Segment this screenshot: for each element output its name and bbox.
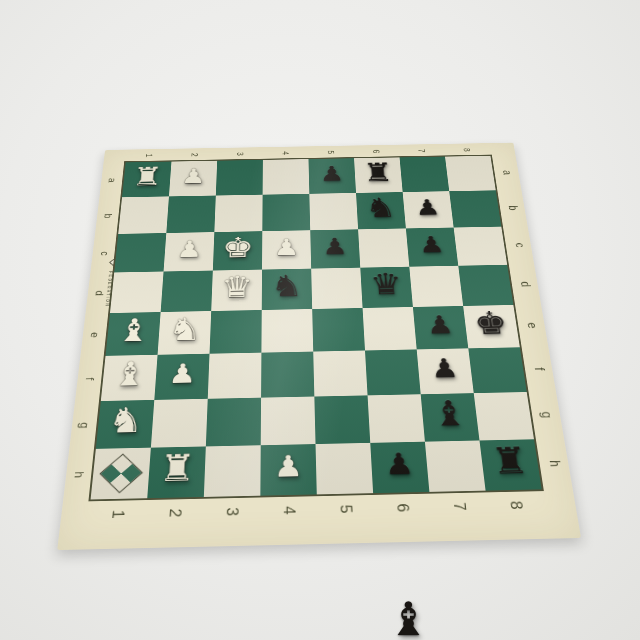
square-a5[interactable]: ♟ [308,158,356,194]
square-a6[interactable]: ♜ [354,157,403,193]
coord-label: 1 [107,510,127,519]
coord-label: 8 [505,501,526,510]
square-d1[interactable] [110,271,164,313]
square-g1[interactable]: ♞ [96,400,154,449]
square-b8[interactable] [449,190,501,227]
white-pawn[interactable]: ♟ [274,236,300,259]
white-queen[interactable]: ♛ [220,272,253,302]
square-e3[interactable] [210,310,262,354]
square-g3[interactable] [206,398,261,447]
square-h5[interactable] [316,443,374,495]
black-rook[interactable]: ♜ [362,160,394,186]
square-b6[interactable]: ♞ [356,192,406,229]
coord-label: 4 [281,151,290,155]
board-border: 12345678 12345678 abcdefgh abcdefgh US C… [57,143,581,550]
square-a1[interactable]: ♜ [122,162,171,198]
white-knight[interactable]: ♞ [106,403,144,438]
square-a4[interactable] [263,159,310,195]
square-a3[interactable] [216,160,263,196]
coord-label: c [98,251,111,256]
square-g8[interactable] [474,392,534,440]
coord-label: 6 [372,150,382,154]
coord-label: a [106,178,118,183]
table-surface: 12345678 12345678 abcdefgh abcdefgh US C… [0,0,640,640]
coord-label: 7 [417,149,427,153]
black-pawn[interactable]: ♟ [322,235,348,258]
coord-label: g [539,412,555,419]
coord-label: 6 [392,503,412,512]
square-c7[interactable]: ♟ [406,228,458,267]
square-e4[interactable] [261,309,313,353]
white-rook[interactable]: ♜ [131,164,163,190]
white-pawn[interactable]: ♟ [176,237,203,260]
coord-label: b [102,213,115,218]
square-d4[interactable]: ♞ [262,269,312,310]
coord-label: 3 [222,507,242,516]
square-f7[interactable]: ♟ [417,348,474,394]
coord-label: 5 [326,150,336,154]
square-b2[interactable] [166,196,215,233]
black-pawn[interactable]: ♟ [319,163,344,184]
coord-label: b [506,205,520,210]
white-bishop[interactable]: ♝ [111,358,148,391]
square-e5[interactable] [312,308,365,352]
uschess-corner-crest-icon [99,454,143,493]
square-f5[interactable] [313,350,367,396]
coord-label: 7 [449,502,469,511]
coord-label: c [512,243,526,248]
square-e7[interactable]: ♟ [413,306,468,349]
white-rook[interactable]: ♜ [158,450,196,487]
coord-label: d [518,281,533,287]
captured-black-bishop[interactable]: ♝ [388,596,429,640]
square-f8[interactable] [468,347,526,393]
square-b4[interactable] [262,194,310,231]
coord-label: 1 [144,154,154,158]
coord-label: 4 [279,506,299,515]
square-d2[interactable] [161,271,213,312]
square-g6[interactable] [368,394,425,443]
square-a7[interactable] [400,157,450,192]
square-h8[interactable]: ♜ [479,439,541,490]
black-knight[interactable]: ♞ [364,195,397,222]
coord-label: g [78,422,93,428]
coord-label: h [547,460,563,467]
square-b7[interactable]: ♟ [403,191,454,228]
coord-label: 8 [462,148,472,152]
square-h6[interactable]: ♟ [370,442,429,493]
coord-label: 5 [336,505,356,514]
coord-label: h [72,471,87,478]
white-pawn[interactable]: ♟ [181,166,206,187]
white-pawn[interactable]: ♟ [274,451,303,481]
coord-label: 3 [235,152,244,156]
square-h3[interactable] [204,445,261,497]
black-rook[interactable]: ♜ [489,443,530,480]
square-c3[interactable]: ♚ [213,231,263,270]
square-b1[interactable] [118,196,169,234]
black-pawn[interactable]: ♟ [418,233,446,256]
black-queen[interactable]: ♛ [369,270,403,300]
coord-label: 2 [190,153,200,157]
coord-label: 2 [165,508,185,517]
square-f1[interactable]: ♝ [101,355,158,401]
square-h1[interactable] [91,448,151,500]
black-knight[interactable]: ♞ [271,271,304,301]
square-a8[interactable] [445,156,496,191]
square-c4[interactable]: ♟ [262,230,311,269]
square-g7[interactable]: ♝ [421,393,480,442]
square-d6[interactable]: ♛ [360,267,413,308]
square-c5[interactable]: ♟ [310,229,360,268]
coord-label: f [83,377,97,380]
white-king[interactable]: ♚ [222,234,254,262]
white-knight[interactable]: ♞ [167,314,202,345]
coord-label: f [532,367,547,370]
square-g5[interactable] [314,395,370,444]
black-pawn[interactable]: ♟ [425,312,454,337]
square-h7[interactable] [425,440,486,491]
coord-label: e [525,323,540,329]
square-f2[interactable]: ♟ [154,354,209,400]
coord-label: a [501,170,514,175]
square-a2[interactable]: ♟ [169,161,217,197]
black-bishop[interactable]: ♝ [430,397,468,432]
black-pawn[interactable]: ♟ [430,355,460,382]
square-g4[interactable] [261,397,316,446]
square-c1[interactable] [114,233,166,272]
square-f3[interactable] [208,353,262,399]
board-grid: ♜♟♟♜♞♟♟♚♟♟♟♛♞♛♝♞♟♚♝♟♟♞♝♜♟♟♜ [91,156,542,500]
square-e1[interactable]: ♝ [106,312,161,356]
square-g2[interactable] [151,399,208,448]
black-pawn[interactable]: ♟ [384,449,415,479]
chess-board: 12345678 12345678 abcdefgh abcdefgh US C… [57,143,581,550]
square-d3[interactable]: ♛ [211,270,262,311]
black-pawn[interactable]: ♟ [414,196,441,218]
square-h4[interactable]: ♟ [260,444,316,496]
square-b5[interactable] [309,193,358,230]
square-c6[interactable] [358,228,409,267]
square-e6[interactable] [363,307,417,351]
square-e8[interactable]: ♚ [463,305,520,348]
white-bishop[interactable]: ♝ [116,315,152,347]
black-king[interactable]: ♚ [472,308,509,339]
square-c2[interactable]: ♟ [164,232,215,271]
square-c8[interactable] [454,227,508,266]
square-d5[interactable] [311,268,362,309]
square-b3[interactable] [214,195,262,232]
white-pawn[interactable]: ♟ [168,360,197,387]
square-f4[interactable] [261,352,314,398]
square-f6[interactable] [365,349,421,395]
square-h2[interactable]: ♜ [147,446,206,498]
square-d8[interactable] [458,265,513,306]
square-e2[interactable]: ♞ [158,311,212,355]
square-d7[interactable] [409,266,463,307]
